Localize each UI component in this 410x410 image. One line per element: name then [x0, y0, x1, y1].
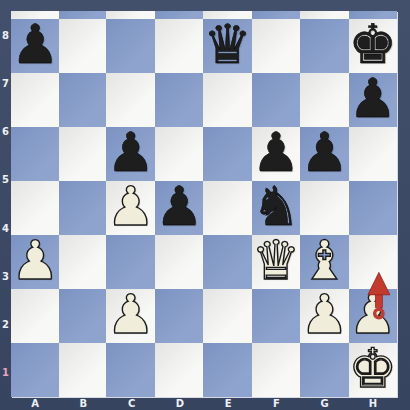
- rank-label-5: 5: [0, 156, 11, 204]
- file-label-c: C: [108, 397, 156, 410]
- square-f8[interactable]: [252, 11, 300, 19]
- square-b4[interactable]: [59, 181, 106, 235]
- file-label-g: G: [301, 397, 349, 410]
- piece-white-pawn[interactable]: ♟: [106, 288, 154, 342]
- square-h5[interactable]: [349, 127, 397, 181]
- file-label-a: A: [11, 397, 59, 410]
- square-e1[interactable]: [203, 343, 251, 397]
- square-e3[interactable]: [203, 235, 251, 289]
- square-a1[interactable]: [11, 343, 59, 397]
- file-label-f: F: [252, 397, 300, 410]
- square-e6[interactable]: [203, 73, 251, 127]
- piece-black-pawn[interactable]: ♟: [300, 126, 348, 180]
- square-f3[interactable]: ♛: [252, 235, 300, 289]
- square-d8[interactable]: [155, 11, 203, 19]
- square-a4[interactable]: [11, 181, 59, 235]
- square-b7[interactable]: [59, 19, 106, 73]
- piece-black-queen[interactable]: ♛: [203, 18, 251, 72]
- rank-label-1: 1: [0, 349, 11, 397]
- square-a6[interactable]: [11, 73, 59, 127]
- square-d3[interactable]: [155, 235, 203, 289]
- square-c1[interactable]: [106, 343, 154, 397]
- piece-white-bishop[interactable]: ♝: [300, 234, 348, 288]
- square-c7[interactable]: [106, 19, 154, 73]
- rank-label-6: 6: [0, 108, 11, 156]
- rank-label-3: 3: [0, 252, 11, 300]
- square-f1[interactable]: [252, 343, 300, 397]
- square-b6[interactable]: [59, 73, 106, 127]
- rank-label-4: 4: [0, 204, 11, 252]
- square-d4[interactable]: ♟: [155, 181, 203, 235]
- square-g8[interactable]: [300, 11, 348, 19]
- file-label-h: H: [349, 397, 397, 410]
- rank-label-2: 2: [0, 301, 11, 349]
- square-h2[interactable]: ♟: [349, 289, 397, 343]
- chess-board-frame: ♟♛♚♟♟♟♟♟♟♞♟♛♝♟♟♟♚ 87654321ABCDEFGH: [0, 0, 410, 410]
- square-c3[interactable]: [106, 235, 154, 289]
- square-a7[interactable]: ♟: [11, 19, 59, 73]
- square-d2[interactable]: [155, 289, 203, 343]
- piece-white-king[interactable]: ♚: [349, 342, 397, 396]
- piece-black-pawn[interactable]: ♟: [252, 126, 300, 180]
- square-f4[interactable]: ♞: [252, 181, 300, 235]
- file-label-d: D: [156, 397, 204, 410]
- piece-black-king[interactable]: ♚: [349, 18, 397, 72]
- square-e7[interactable]: ♛: [203, 19, 251, 73]
- square-d6[interactable]: [155, 73, 203, 127]
- square-g7[interactable]: [300, 19, 348, 73]
- square-h3[interactable]: [349, 235, 397, 289]
- square-e5[interactable]: [203, 127, 251, 181]
- piece-white-pawn[interactable]: ♟: [300, 288, 348, 342]
- piece-black-knight[interactable]: ♞: [252, 180, 300, 234]
- square-g5[interactable]: ♟: [300, 127, 348, 181]
- square-d5[interactable]: [155, 127, 203, 181]
- square-b5[interactable]: [59, 127, 106, 181]
- square-b1[interactable]: [59, 343, 106, 397]
- square-g3[interactable]: ♝: [300, 235, 348, 289]
- square-e2[interactable]: [203, 289, 251, 343]
- piece-black-pawn[interactable]: ♟: [106, 126, 154, 180]
- piece-black-pawn[interactable]: ♟: [155, 180, 203, 234]
- square-g6[interactable]: [300, 73, 348, 127]
- piece-black-pawn[interactable]: ♟: [349, 72, 397, 126]
- file-label-b: B: [59, 397, 107, 410]
- square-c8[interactable]: [106, 11, 154, 19]
- square-c5[interactable]: ♟: [106, 127, 154, 181]
- square-g4[interactable]: [300, 181, 348, 235]
- square-h6[interactable]: ♟: [349, 73, 397, 127]
- square-e4[interactable]: [203, 181, 251, 235]
- square-d7[interactable]: [155, 19, 203, 73]
- square-f2[interactable]: [252, 289, 300, 343]
- square-a3[interactable]: ♟: [11, 235, 59, 289]
- square-f5[interactable]: ♟: [252, 127, 300, 181]
- square-g1[interactable]: [300, 343, 348, 397]
- square-c2[interactable]: ♟: [106, 289, 154, 343]
- square-b3[interactable]: [59, 235, 106, 289]
- piece-white-pawn[interactable]: ♟: [106, 180, 154, 234]
- square-h1[interactable]: ♚: [349, 343, 397, 397]
- square-h4[interactable]: [349, 181, 397, 235]
- square-d1[interactable]: [155, 343, 203, 397]
- file-label-e: E: [204, 397, 252, 410]
- square-b8[interactable]: [59, 11, 106, 19]
- rank-label-8: 8: [0, 11, 11, 59]
- rank-label-7: 7: [0, 59, 11, 107]
- piece-white-queen[interactable]: ♛: [252, 234, 300, 288]
- piece-black-pawn[interactable]: ♟: [11, 18, 59, 72]
- square-c6[interactable]: [106, 73, 154, 127]
- square-f6[interactable]: [252, 73, 300, 127]
- square-f7[interactable]: [252, 19, 300, 73]
- piece-white-pawn[interactable]: ♟: [11, 234, 59, 288]
- square-a5[interactable]: [11, 127, 59, 181]
- square-h7[interactable]: ♚: [349, 19, 397, 73]
- square-a2[interactable]: [11, 289, 59, 343]
- chess-board: ♟♛♚♟♟♟♟♟♟♞♟♛♝♟♟♟♚: [11, 11, 397, 397]
- square-g2[interactable]: ♟: [300, 289, 348, 343]
- square-c4[interactable]: ♟: [106, 181, 154, 235]
- piece-white-pawn[interactable]: ♟: [349, 288, 397, 342]
- square-b2[interactable]: [59, 289, 106, 343]
